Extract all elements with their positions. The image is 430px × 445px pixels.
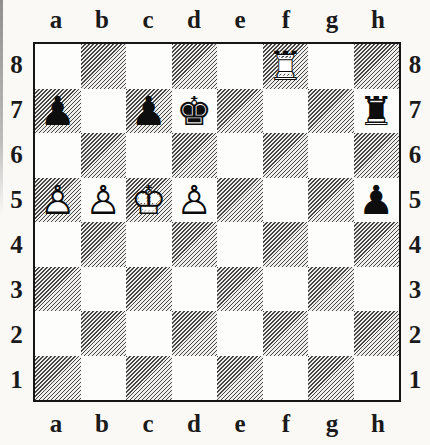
piece-outline-glyph: ♙ bbox=[40, 180, 76, 220]
square-g1 bbox=[308, 356, 354, 401]
piece-glyph: ♟ bbox=[40, 91, 76, 131]
square-c6 bbox=[126, 133, 172, 178]
chess-diagram-page: abcdefgh 87654321 ♜♖♟♟♚♜♟♙♟♙♚♔♟♙♟ 876543… bbox=[0, 0, 430, 445]
square-d7: ♚ bbox=[172, 89, 218, 134]
square-f6 bbox=[263, 133, 309, 178]
rank-label-left-2: 2 bbox=[0, 312, 33, 357]
square-d5: ♟♙ bbox=[172, 178, 218, 223]
rank-label-left-1: 1 bbox=[0, 357, 33, 402]
rank-label-right-4: 4 bbox=[400, 222, 430, 267]
square-b8 bbox=[81, 44, 127, 89]
rank-label-right-7: 7 bbox=[400, 87, 430, 132]
square-f4 bbox=[263, 222, 309, 267]
square-b3 bbox=[81, 267, 127, 312]
square-h4 bbox=[354, 222, 400, 267]
square-b6 bbox=[81, 133, 127, 178]
file-label-bottom-a: a bbox=[33, 402, 79, 445]
file-label-bottom-f: f bbox=[263, 402, 309, 445]
square-g7 bbox=[308, 89, 354, 134]
black-pawn-c7: ♟ bbox=[126, 89, 172, 134]
file-label-bottom-b: b bbox=[79, 402, 125, 445]
square-h5: ♟ bbox=[354, 178, 400, 223]
file-labels-top: abcdefgh bbox=[33, 0, 401, 40]
square-b4 bbox=[81, 222, 127, 267]
square-f3 bbox=[263, 267, 309, 312]
piece-glyph: ♟ bbox=[131, 91, 167, 131]
square-f8: ♜♖ bbox=[263, 44, 309, 89]
piece-glyph: ♜ bbox=[358, 91, 394, 131]
square-a2 bbox=[35, 311, 81, 356]
piece-glyph: ♟ bbox=[358, 180, 394, 220]
square-f2 bbox=[263, 311, 309, 356]
square-h3 bbox=[354, 267, 400, 312]
square-g3 bbox=[308, 267, 354, 312]
rank-label-left-8: 8 bbox=[0, 42, 33, 87]
square-e4 bbox=[217, 222, 263, 267]
file-label-top-e: e bbox=[217, 0, 263, 40]
square-e1 bbox=[217, 356, 263, 401]
square-f1 bbox=[263, 356, 309, 401]
rank-label-left-4: 4 bbox=[0, 222, 33, 267]
chess-board: ♜♖♟♟♚♜♟♙♟♙♚♔♟♙♟ bbox=[33, 42, 401, 402]
white-king-c5: ♚♔ bbox=[126, 178, 172, 223]
square-g4 bbox=[308, 222, 354, 267]
square-e6 bbox=[217, 133, 263, 178]
rank-label-right-8: 8 bbox=[400, 42, 430, 87]
square-e5 bbox=[217, 178, 263, 223]
file-label-top-f: f bbox=[263, 0, 309, 40]
square-d6 bbox=[172, 133, 218, 178]
square-c4 bbox=[126, 222, 172, 267]
white-pawn-d5: ♟♙ bbox=[172, 178, 218, 223]
rank-label-right-2: 2 bbox=[400, 312, 430, 357]
square-d4 bbox=[172, 222, 218, 267]
square-g2 bbox=[308, 311, 354, 356]
black-rook-h7: ♜ bbox=[354, 89, 400, 134]
square-h7: ♜ bbox=[354, 89, 400, 134]
square-d3 bbox=[172, 267, 218, 312]
rank-labels-right: 87654321 bbox=[400, 42, 430, 402]
file-label-bottom-e: e bbox=[217, 402, 263, 445]
square-g8 bbox=[308, 44, 354, 89]
square-b7 bbox=[81, 89, 127, 134]
file-label-top-d: d bbox=[171, 0, 217, 40]
square-c8 bbox=[126, 44, 172, 89]
square-h8 bbox=[354, 44, 400, 89]
black-pawn-h5: ♟ bbox=[354, 178, 400, 223]
rank-label-left-3: 3 bbox=[0, 267, 33, 312]
square-e3 bbox=[217, 267, 263, 312]
square-g5 bbox=[308, 178, 354, 223]
file-label-top-g: g bbox=[309, 0, 355, 40]
white-pawn-a5: ♟♙ bbox=[35, 178, 81, 223]
piece-glyph: ♚ bbox=[176, 91, 212, 131]
square-d1 bbox=[172, 356, 218, 401]
square-d8 bbox=[172, 44, 218, 89]
file-label-top-a: a bbox=[33, 0, 79, 40]
rank-label-left-5: 5 bbox=[0, 177, 33, 222]
square-a1 bbox=[35, 356, 81, 401]
square-a3 bbox=[35, 267, 81, 312]
square-c3 bbox=[126, 267, 172, 312]
piece-outline-glyph: ♖ bbox=[267, 46, 303, 86]
file-label-bottom-g: g bbox=[309, 402, 355, 445]
square-b1 bbox=[81, 356, 127, 401]
square-a6 bbox=[35, 133, 81, 178]
rank-label-right-5: 5 bbox=[400, 177, 430, 222]
rank-label-left-6: 6 bbox=[0, 132, 33, 177]
black-king-d7: ♚ bbox=[172, 89, 218, 134]
piece-outline-glyph: ♙ bbox=[176, 180, 212, 220]
square-f5 bbox=[263, 178, 309, 223]
square-e7 bbox=[217, 89, 263, 134]
square-c2 bbox=[126, 311, 172, 356]
square-b2 bbox=[81, 311, 127, 356]
square-e2 bbox=[217, 311, 263, 356]
file-label-bottom-d: d bbox=[171, 402, 217, 445]
square-a7: ♟ bbox=[35, 89, 81, 134]
square-h1 bbox=[354, 356, 400, 401]
square-e8 bbox=[217, 44, 263, 89]
square-c7: ♟ bbox=[126, 89, 172, 134]
white-pawn-b5: ♟♙ bbox=[81, 178, 127, 223]
file-label-bottom-c: c bbox=[125, 402, 171, 445]
piece-outline-glyph: ♙ bbox=[85, 180, 121, 220]
white-rook-f8: ♜♖ bbox=[263, 44, 309, 89]
square-a8 bbox=[35, 44, 81, 89]
rank-label-left-7: 7 bbox=[0, 87, 33, 132]
square-g6 bbox=[308, 133, 354, 178]
rank-label-right-3: 3 bbox=[400, 267, 430, 312]
square-d2 bbox=[172, 311, 218, 356]
square-b5: ♟♙ bbox=[81, 178, 127, 223]
square-a5: ♟♙ bbox=[35, 178, 81, 223]
file-label-top-c: c bbox=[125, 0, 171, 40]
square-c1 bbox=[126, 356, 172, 401]
file-labels-bottom: abcdefgh bbox=[33, 402, 401, 445]
rank-label-right-1: 1 bbox=[400, 357, 430, 402]
black-pawn-a7: ♟ bbox=[35, 89, 81, 134]
square-f7 bbox=[263, 89, 309, 134]
rank-label-right-6: 6 bbox=[400, 132, 430, 177]
file-label-top-b: b bbox=[79, 0, 125, 40]
square-c5: ♚♔ bbox=[126, 178, 172, 223]
square-a4 bbox=[35, 222, 81, 267]
square-h2 bbox=[354, 311, 400, 356]
file-label-top-h: h bbox=[355, 0, 401, 40]
rank-labels-left: 87654321 bbox=[0, 42, 33, 402]
piece-outline-glyph: ♔ bbox=[131, 180, 167, 220]
square-h6 bbox=[354, 133, 400, 178]
file-label-bottom-h: h bbox=[355, 402, 401, 445]
